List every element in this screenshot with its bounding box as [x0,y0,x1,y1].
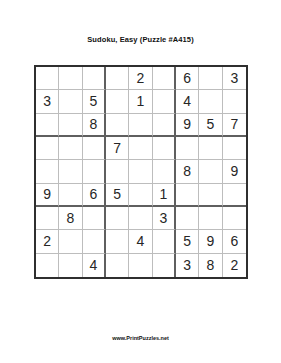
cell-r3c5[interactable] [129,114,152,137]
cell-r8c5[interactable]: 4 [129,230,152,253]
cell-r5c8[interactable] [199,160,222,183]
cell-r3c1[interactable] [36,114,59,137]
cell-r1c2[interactable] [59,67,82,90]
cell-r8c8[interactable]: 9 [199,230,222,253]
cell-r7c1[interactable] [36,207,59,230]
cell-r5c5[interactable] [129,160,152,183]
cell-r4c2[interactable] [59,137,82,160]
cell-r4c1[interactable] [36,137,59,160]
page-title: Sudoku, Easy (Puzzle #A415) [0,35,281,44]
cell-r6c5[interactable] [129,184,152,207]
cell-r2c5[interactable]: 1 [129,90,152,113]
cell-r8c2[interactable] [59,230,82,253]
cell-r6c6[interactable]: 1 [153,184,176,207]
cell-r3c8[interactable]: 5 [199,114,222,137]
cell-r1c9[interactable]: 3 [223,67,246,90]
cell-r6c1[interactable]: 9 [36,184,59,207]
cell-r8c7[interactable]: 5 [176,230,199,253]
cell-r6c8[interactable] [199,184,222,207]
cell-r2c6[interactable] [153,90,176,113]
cell-r1c7[interactable]: 6 [176,67,199,90]
cell-r6c7[interactable] [176,184,199,207]
footer-url: www.PrintPuzzles.net [0,335,281,341]
cell-r9c5[interactable] [129,254,152,277]
cell-r4c3[interactable] [83,137,106,160]
cell-r7c2[interactable]: 8 [59,207,82,230]
cell-r7c9[interactable] [223,207,246,230]
cell-r9c4[interactable] [106,254,129,277]
sudoku-board: 26335148957789965183245964382 [34,65,248,279]
cell-r2c4[interactable] [106,90,129,113]
cell-r7c5[interactable] [129,207,152,230]
cell-r1c6[interactable] [153,67,176,90]
cell-r2c8[interactable] [199,90,222,113]
cell-r7c8[interactable] [199,207,222,230]
cell-r9c6[interactable] [153,254,176,277]
cell-r8c9[interactable]: 6 [223,230,246,253]
cell-r8c1[interactable]: 2 [36,230,59,253]
cell-r1c8[interactable] [199,67,222,90]
cell-r3c4[interactable] [106,114,129,137]
cell-r3c6[interactable] [153,114,176,137]
cell-r9c3[interactable]: 4 [83,254,106,277]
cell-r3c2[interactable] [59,114,82,137]
cell-r5c4[interactable] [106,160,129,183]
cell-r1c4[interactable] [106,67,129,90]
cell-r4c5[interactable] [129,137,152,160]
cell-r7c7[interactable] [176,207,199,230]
cell-r5c6[interactable] [153,160,176,183]
cell-r2c2[interactable] [59,90,82,113]
cell-r6c4[interactable]: 5 [106,184,129,207]
cell-r4c9[interactable] [223,137,246,160]
cell-r6c2[interactable] [59,184,82,207]
cell-r1c3[interactable] [83,67,106,90]
cell-r4c8[interactable] [199,137,222,160]
cell-r7c4[interactable] [106,207,129,230]
cell-r1c1[interactable] [36,67,59,90]
cell-r8c6[interactable] [153,230,176,253]
cell-r9c7[interactable]: 3 [176,254,199,277]
cell-r7c6[interactable]: 3 [153,207,176,230]
cell-r5c1[interactable] [36,160,59,183]
cell-r2c1[interactable]: 3 [36,90,59,113]
cell-r7c3[interactable] [83,207,106,230]
cell-r3c3[interactable]: 8 [83,114,106,137]
cell-r5c9[interactable]: 9 [223,160,246,183]
cell-r9c9[interactable]: 2 [223,254,246,277]
cell-r5c2[interactable] [59,160,82,183]
cell-r3c7[interactable]: 9 [176,114,199,137]
cell-r9c1[interactable] [36,254,59,277]
cell-r8c3[interactable] [83,230,106,253]
cell-r4c6[interactable] [153,137,176,160]
cell-r9c8[interactable]: 8 [199,254,222,277]
cell-r2c7[interactable]: 4 [176,90,199,113]
cell-r8c4[interactable] [106,230,129,253]
cell-r1c5[interactable]: 2 [129,67,152,90]
cell-r5c7[interactable]: 8 [176,160,199,183]
cell-r2c3[interactable]: 5 [83,90,106,113]
cell-r2c9[interactable] [223,90,246,113]
cell-r5c3[interactable] [83,160,106,183]
cell-r6c9[interactable] [223,184,246,207]
cell-r6c3[interactable]: 6 [83,184,106,207]
cell-r4c7[interactable] [176,137,199,160]
cell-r3c9[interactable]: 7 [223,114,246,137]
cell-r9c2[interactable] [59,254,82,277]
cell-r4c4[interactable]: 7 [106,137,129,160]
